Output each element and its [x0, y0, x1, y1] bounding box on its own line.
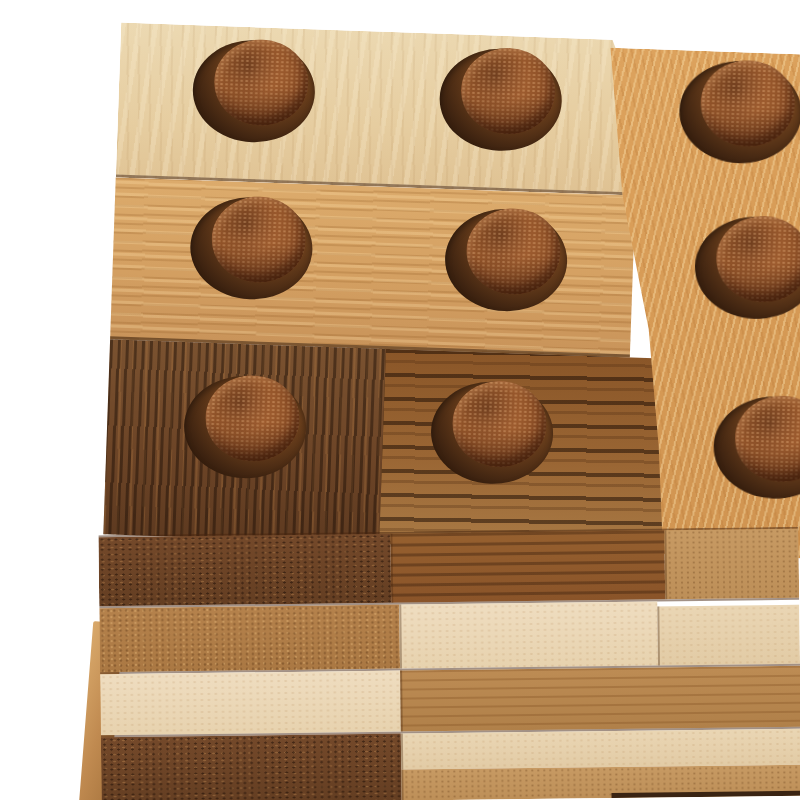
layer-segment — [99, 605, 400, 673]
stacked-layers-side — [98, 527, 800, 800]
side-layer-3 — [100, 664, 800, 736]
layer-segment — [390, 530, 665, 602]
puzzle-top-face — [103, 23, 800, 562]
piece-zebra-block[interactable] — [379, 349, 676, 554]
side-layer-2 — [99, 598, 800, 673]
layer-segment — [664, 529, 799, 600]
layer-segment — [101, 734, 402, 800]
layer-segment — [657, 605, 800, 666]
layer-segment — [100, 671, 401, 736]
layer-segment — [98, 534, 391, 607]
side-layer-4 — [101, 727, 800, 800]
layer-segment — [399, 601, 658, 668]
layer-segment — [612, 791, 800, 798]
side-layer-1 — [98, 527, 799, 607]
piece-walnut-block[interactable] — [103, 339, 390, 544]
piece-pale-birch-domino[interactable] — [116, 23, 633, 196]
product-photo-canvas — [0, 0, 800, 800]
piece-tan-domino[interactable] — [110, 177, 635, 357]
layer-segment — [400, 666, 800, 732]
layer-segment — [401, 729, 800, 770]
